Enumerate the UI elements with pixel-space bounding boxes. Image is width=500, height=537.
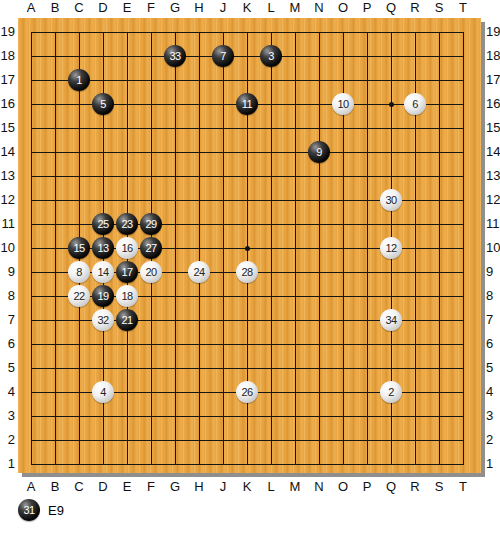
stone-move-number: 10: [337, 98, 348, 110]
stone-move-number: 24: [193, 266, 204, 278]
col-label-top-K: K: [235, 0, 259, 17]
stone-move-number: 16: [121, 242, 132, 254]
footnote-stone-number: 31: [23, 504, 34, 516]
stone-move-number: 6: [412, 98, 418, 110]
col-label-top-A: A: [19, 0, 43, 17]
stone-move-number: 25: [97, 218, 108, 230]
row-label-left-14: 14: [0, 140, 15, 164]
stone-move-number: 34: [385, 314, 396, 326]
col-label-bottom-L: L: [259, 477, 283, 497]
col-label-bottom-B: B: [43, 477, 67, 497]
col-label-bottom-T: T: [451, 477, 475, 497]
stone-move-number: 30: [385, 194, 396, 206]
col-label-bottom-R: R: [403, 477, 427, 497]
go-board[interactable]: 1234567891011121314151617181920212223242…: [18, 18, 481, 473]
stone-black-21-E7: 21: [116, 309, 138, 331]
col-label-bottom-J: J: [211, 477, 235, 497]
stone-move-number: 5: [100, 98, 106, 110]
row-label-left-3: 3: [0, 404, 15, 428]
col-label-bottom-C: C: [67, 477, 91, 497]
stone-move-number: 3: [268, 50, 274, 62]
stone-white-30-Q12: 30: [380, 189, 402, 211]
col-label-bottom-P: P: [355, 477, 379, 497]
star-point-K10: [245, 246, 250, 251]
row-label-right-6: 6: [486, 332, 500, 356]
col-label-top-D: D: [91, 0, 115, 17]
stone-black-1-C17: 1: [68, 69, 90, 91]
row-labels-left: 19181716151413121110987654321: [0, 20, 15, 476]
col-label-top-L: L: [259, 0, 283, 17]
row-label-left-1: 1: [0, 452, 15, 476]
stone-move-number: 23: [121, 218, 132, 230]
col-label-top-N: N: [307, 0, 331, 17]
footnote-coordinate: E9: [48, 503, 64, 518]
star-point-Q16: [389, 102, 394, 107]
col-label-bottom-H: H: [187, 477, 211, 497]
stone-white-18-E8: 18: [116, 285, 138, 307]
stone-move-number: 4: [100, 386, 106, 398]
row-label-left-17: 17: [0, 68, 15, 92]
row-label-right-13: 13: [486, 164, 500, 188]
row-label-right-4: 4: [486, 380, 500, 404]
col-label-top-H: H: [187, 0, 211, 17]
stone-black-23-E11: 23: [116, 213, 138, 235]
row-label-right-3: 3: [486, 404, 500, 428]
col-label-bottom-M: M: [283, 477, 307, 497]
col-label-top-P: P: [355, 0, 379, 17]
stone-white-14-D9: 14: [92, 261, 114, 283]
col-label-top-F: F: [139, 0, 163, 17]
stone-move-number: 26: [241, 386, 252, 398]
row-label-left-2: 2: [0, 428, 15, 452]
stone-black-25-D11: 25: [92, 213, 114, 235]
stone-move-number: 11: [242, 98, 252, 110]
row-label-right-19: 19: [486, 20, 500, 44]
col-label-top-B: B: [43, 0, 67, 17]
stone-white-20-F9: 20: [140, 261, 162, 283]
row-label-left-9: 9: [0, 260, 15, 284]
row-label-left-19: 19: [0, 20, 15, 44]
stone-black-15-C10: 15: [68, 237, 90, 259]
stone-move-number: 29: [145, 218, 156, 230]
col-label-top-J: J: [211, 0, 235, 17]
stone-black-29-F11: 29: [140, 213, 162, 235]
col-label-bottom-O: O: [331, 477, 355, 497]
stone-move-number: 18: [121, 290, 132, 302]
stone-black-27-F10: 27: [140, 237, 162, 259]
col-label-top-C: C: [67, 0, 91, 17]
stones-layer: 1234567891011121314151617181920212223242…: [19, 20, 475, 476]
col-label-top-O: O: [331, 0, 355, 17]
stone-black-19-D8: 19: [92, 285, 114, 307]
stone-white-10-O16: 10: [332, 93, 354, 115]
stone-move-number: 27: [145, 242, 156, 254]
stone-move-number: 1: [76, 74, 82, 86]
col-label-top-G: G: [163, 0, 187, 17]
row-label-left-12: 12: [0, 188, 15, 212]
go-kifu-diagram: ABCDEFGHJKLMNOPQRST ABCDEFGHJKLMNOPQRST …: [0, 0, 500, 537]
stone-black-9-N14: 9: [308, 141, 330, 163]
row-label-right-2: 2: [486, 428, 500, 452]
stone-move-number: 13: [97, 242, 108, 254]
col-label-top-R: R: [403, 0, 427, 17]
stone-white-2-Q4: 2: [380, 381, 402, 403]
col-label-bottom-K: K: [235, 477, 259, 497]
stone-white-32-D7: 32: [92, 309, 114, 331]
stone-white-6-R16: 6: [404, 93, 426, 115]
row-label-right-17: 17: [486, 68, 500, 92]
row-label-left-5: 5: [0, 356, 15, 380]
stone-black-5-D16: 5: [92, 93, 114, 115]
col-label-bottom-G: G: [163, 477, 187, 497]
stone-move-number: 28: [241, 266, 252, 278]
stone-black-33-G18: 33: [164, 45, 186, 67]
col-label-top-Q: Q: [379, 0, 403, 17]
row-label-right-12: 12: [486, 188, 500, 212]
stone-white-22-C8: 22: [68, 285, 90, 307]
stone-black-3-L18: 3: [260, 45, 282, 67]
row-label-left-10: 10: [0, 236, 15, 260]
stone-white-12-Q10: 12: [380, 237, 402, 259]
col-label-top-S: S: [427, 0, 451, 17]
stone-white-34-Q7: 34: [380, 309, 402, 331]
col-label-bottom-N: N: [307, 477, 331, 497]
stone-black-11-K16: 11: [236, 93, 258, 115]
stone-move-number: 22: [73, 290, 84, 302]
row-label-right-9: 9: [486, 260, 500, 284]
row-label-right-18: 18: [486, 44, 500, 68]
stone-move-number: 15: [73, 242, 84, 254]
stone-move-number: 33: [169, 50, 180, 62]
col-label-bottom-Q: Q: [379, 477, 403, 497]
col-label-bottom-F: F: [139, 477, 163, 497]
stone-white-8-C9: 8: [68, 261, 90, 283]
row-label-right-14: 14: [486, 140, 500, 164]
row-label-right-5: 5: [486, 356, 500, 380]
row-label-left-8: 8: [0, 284, 15, 308]
col-label-bottom-E: E: [115, 477, 139, 497]
stone-move-number: 17: [121, 266, 132, 278]
row-label-right-8: 8: [486, 284, 500, 308]
column-labels-bottom: ABCDEFGHJKLMNOPQRST: [19, 477, 475, 497]
stone-white-4-D4: 4: [92, 381, 114, 403]
stone-move-number: 14: [97, 266, 108, 278]
row-labels-right: 19181716151413121110987654321: [486, 20, 500, 476]
row-label-right-16: 16: [486, 92, 500, 116]
stone-black-17-E9: 17: [116, 261, 138, 283]
stone-white-24-H9: 24: [188, 261, 210, 283]
row-label-right-1: 1: [486, 452, 500, 476]
col-label-bottom-D: D: [91, 477, 115, 497]
stone-move-number: 7: [220, 50, 226, 62]
stone-move-number: 32: [97, 314, 108, 326]
col-label-bottom-S: S: [427, 477, 451, 497]
row-label-left-18: 18: [0, 44, 15, 68]
footnote-stone-31: 31: [18, 499, 40, 521]
stone-white-28-K9: 28: [236, 261, 258, 283]
stone-move-number: 20: [145, 266, 156, 278]
col-label-top-M: M: [283, 0, 307, 17]
row-label-left-15: 15: [0, 116, 15, 140]
column-labels-top: ABCDEFGHJKLMNOPQRST: [19, 0, 475, 17]
row-label-right-15: 15: [486, 116, 500, 140]
stone-move-number: 12: [385, 242, 396, 254]
col-label-bottom-A: A: [19, 477, 43, 497]
col-label-top-E: E: [115, 0, 139, 17]
row-label-left-11: 11: [0, 212, 15, 236]
row-label-right-10: 10: [486, 236, 500, 260]
row-label-left-4: 4: [0, 380, 15, 404]
row-label-left-6: 6: [0, 332, 15, 356]
row-label-left-16: 16: [0, 92, 15, 116]
stone-move-number: 8: [76, 266, 82, 278]
move-footnote: 31 E9: [18, 498, 64, 522]
stone-black-7-J18: 7: [212, 45, 234, 67]
stone-black-13-D10: 13: [92, 237, 114, 259]
stone-white-26-K4: 26: [236, 381, 258, 403]
stone-move-number: 9: [316, 146, 322, 158]
row-label-left-13: 13: [0, 164, 15, 188]
row-label-right-7: 7: [486, 308, 500, 332]
row-label-right-11: 11: [486, 212, 500, 236]
stone-move-number: 21: [121, 314, 132, 326]
stone-move-number: 19: [97, 290, 108, 302]
col-label-top-T: T: [451, 0, 475, 17]
row-label-left-7: 7: [0, 308, 15, 332]
stone-move-number: 2: [388, 386, 394, 398]
stone-white-16-E10: 16: [116, 237, 138, 259]
